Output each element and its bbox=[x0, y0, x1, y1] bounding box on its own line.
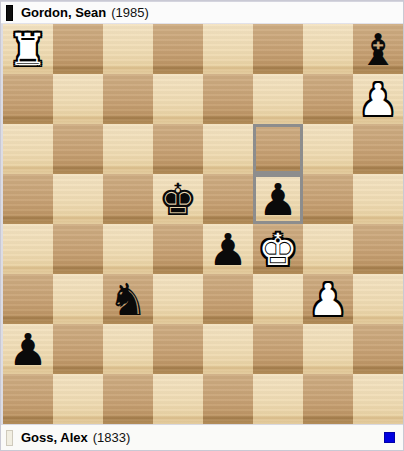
piece-black-bishop[interactable]: ♝ bbox=[353, 25, 403, 75]
piece-black-king[interactable]: ♚ bbox=[153, 175, 203, 225]
square-b7[interactable] bbox=[53, 74, 103, 124]
square-c5[interactable] bbox=[103, 174, 153, 224]
square-h4[interactable] bbox=[353, 224, 403, 274]
square-h5[interactable] bbox=[353, 174, 403, 224]
piece-black-pawn[interactable]: ♟ bbox=[203, 225, 253, 275]
square-e4[interactable]: ♟ bbox=[203, 224, 253, 274]
top-player-bar: Gordon, Sean (1985) bbox=[1, 1, 403, 24]
square-f2[interactable] bbox=[253, 324, 303, 374]
square-g6[interactable] bbox=[303, 124, 353, 174]
square-e1[interactable] bbox=[203, 374, 253, 424]
top-player-name: Gordon, Sean bbox=[21, 5, 106, 20]
square-b1[interactable] bbox=[53, 374, 103, 424]
top-player-rating: (1985) bbox=[111, 5, 149, 20]
piece-white-rook[interactable]: ♜ bbox=[3, 25, 53, 75]
square-f5[interactable]: ♟ bbox=[253, 174, 303, 224]
chess-board[interactable]: ♜♝♟♚♟♟♚♞♟♟ bbox=[3, 24, 403, 424]
square-e8[interactable] bbox=[203, 24, 253, 74]
square-a7[interactable] bbox=[3, 74, 53, 124]
chess-app-window: Gordon, Sean (1985) ♜♝♟♚♟♟♚♞♟♟ Goss, Ale… bbox=[0, 0, 404, 451]
square-f6[interactable] bbox=[253, 124, 303, 174]
white-player-icon bbox=[6, 430, 13, 446]
square-a5[interactable] bbox=[3, 174, 53, 224]
piece-black-knight[interactable]: ♞ bbox=[103, 275, 153, 325]
square-h7[interactable]: ♟ bbox=[353, 74, 403, 124]
square-e2[interactable] bbox=[203, 324, 253, 374]
turn-indicator bbox=[384, 432, 395, 443]
square-d6[interactable] bbox=[153, 124, 203, 174]
square-c3[interactable]: ♞ bbox=[103, 274, 153, 324]
square-c1[interactable] bbox=[103, 374, 153, 424]
square-a1[interactable] bbox=[3, 374, 53, 424]
board-frame: ♜♝♟♚♟♟♚♞♟♟ bbox=[1, 24, 403, 424]
bottom-player-rating: (1833) bbox=[93, 430, 131, 445]
square-b5[interactable] bbox=[53, 174, 103, 224]
square-d3[interactable] bbox=[153, 274, 203, 324]
square-h1[interactable] bbox=[353, 374, 403, 424]
square-d1[interactable] bbox=[153, 374, 203, 424]
piece-black-pawn[interactable]: ♟ bbox=[3, 325, 53, 375]
square-d4[interactable] bbox=[153, 224, 203, 274]
square-g7[interactable] bbox=[303, 74, 353, 124]
square-c8[interactable] bbox=[103, 24, 153, 74]
square-h2[interactable] bbox=[353, 324, 403, 374]
square-g5[interactable] bbox=[303, 174, 353, 224]
square-c4[interactable] bbox=[103, 224, 153, 274]
square-h8[interactable]: ♝ bbox=[353, 24, 403, 74]
square-g2[interactable] bbox=[303, 324, 353, 374]
piece-white-pawn[interactable]: ♟ bbox=[353, 75, 403, 125]
square-b2[interactable] bbox=[53, 324, 103, 374]
square-b8[interactable] bbox=[53, 24, 103, 74]
square-g3[interactable]: ♟ bbox=[303, 274, 353, 324]
square-a8[interactable]: ♜ bbox=[3, 24, 53, 74]
square-c2[interactable] bbox=[103, 324, 153, 374]
piece-white-pawn[interactable]: ♟ bbox=[303, 275, 353, 325]
square-a6[interactable] bbox=[3, 124, 53, 174]
square-h6[interactable] bbox=[353, 124, 403, 174]
square-e3[interactable] bbox=[203, 274, 253, 324]
square-f7[interactable] bbox=[253, 74, 303, 124]
square-c6[interactable] bbox=[103, 124, 153, 174]
square-d7[interactable] bbox=[153, 74, 203, 124]
square-e7[interactable] bbox=[203, 74, 253, 124]
square-f8[interactable] bbox=[253, 24, 303, 74]
square-f4[interactable]: ♚ bbox=[253, 224, 303, 274]
square-h3[interactable] bbox=[353, 274, 403, 324]
piece-black-pawn[interactable]: ♟ bbox=[253, 175, 303, 225]
square-d8[interactable] bbox=[153, 24, 203, 74]
square-e6[interactable] bbox=[203, 124, 253, 174]
bottom-player-name: Goss, Alex bbox=[21, 430, 88, 445]
square-d5[interactable]: ♚ bbox=[153, 174, 203, 224]
square-g1[interactable] bbox=[303, 374, 353, 424]
square-a2[interactable]: ♟ bbox=[3, 324, 53, 374]
bottom-player-bar: Goss, Alex (1833) bbox=[1, 424, 403, 450]
square-f3[interactable] bbox=[253, 274, 303, 324]
square-e5[interactable] bbox=[203, 174, 253, 224]
piece-white-king[interactable]: ♚ bbox=[253, 225, 303, 275]
square-a3[interactable] bbox=[3, 274, 53, 324]
square-b6[interactable] bbox=[53, 124, 103, 174]
square-c7[interactable] bbox=[103, 74, 153, 124]
square-d2[interactable] bbox=[153, 324, 203, 374]
square-g8[interactable] bbox=[303, 24, 353, 74]
square-g4[interactable] bbox=[303, 224, 353, 274]
square-a4[interactable] bbox=[3, 224, 53, 274]
black-player-icon bbox=[6, 5, 13, 21]
square-f1[interactable] bbox=[253, 374, 303, 424]
square-b3[interactable] bbox=[53, 274, 103, 324]
square-b4[interactable] bbox=[53, 224, 103, 274]
